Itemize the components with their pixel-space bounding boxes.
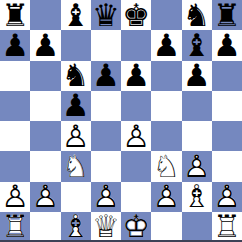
square-e8[interactable]: ♚ bbox=[121, 0, 151, 30]
square-h8[interactable]: ♜ bbox=[212, 0, 242, 30]
square-h7[interactable]: ♟ bbox=[212, 30, 242, 60]
piece-white-bishop-fill: ♝ bbox=[61, 212, 91, 242]
square-d4[interactable] bbox=[91, 121, 121, 151]
square-h4[interactable] bbox=[212, 121, 242, 151]
piece-black-rook[interactable]: ♜ bbox=[0, 0, 30, 30]
piece-white-pawn[interactable]: ♙ bbox=[212, 182, 242, 212]
square-f4[interactable] bbox=[151, 121, 181, 151]
square-h1[interactable]: ♜♖ bbox=[212, 212, 242, 242]
square-g6[interactable]: ♟ bbox=[182, 61, 212, 91]
piece-white-pawn[interactable]: ♙ bbox=[0, 182, 30, 212]
square-c6[interactable]: ♞ bbox=[61, 61, 91, 91]
piece-black-pawn[interactable]: ♟ bbox=[212, 30, 242, 60]
piece-white-pawn-fill: ♟ bbox=[30, 182, 60, 212]
square-h6[interactable] bbox=[212, 61, 242, 91]
square-d3[interactable] bbox=[91, 151, 121, 181]
square-g2[interactable]: ♝♗ bbox=[182, 182, 212, 212]
square-f8[interactable] bbox=[151, 0, 181, 30]
piece-white-pawn-fill: ♟ bbox=[151, 182, 181, 212]
square-d5[interactable] bbox=[91, 91, 121, 121]
piece-black-pawn[interactable]: ♟ bbox=[61, 91, 91, 121]
piece-white-queen-fill: ♛ bbox=[91, 212, 121, 242]
square-f7[interactable]: ♟ bbox=[151, 30, 181, 60]
square-a4[interactable] bbox=[0, 121, 30, 151]
square-b2[interactable]: ♟♙ bbox=[30, 182, 60, 212]
piece-white-pawn-fill: ♟ bbox=[121, 121, 151, 151]
chess-board-wrapper: ♜♝♛♚♞♜♟♟♟♝♟♞♟♟♟♟♟♙♟♙♞♘♞♘♟♙♟♙♟♙♟♙♟♙♝♗♟♙♜♖… bbox=[0, 0, 242, 242]
square-c5[interactable]: ♟ bbox=[61, 91, 91, 121]
piece-white-pawn-fill: ♟ bbox=[91, 182, 121, 212]
square-a8[interactable]: ♜ bbox=[0, 0, 30, 30]
square-b6[interactable] bbox=[30, 61, 60, 91]
square-d6[interactable]: ♟ bbox=[91, 61, 121, 91]
piece-white-pawn[interactable]: ♙ bbox=[30, 182, 60, 212]
piece-white-king-fill: ♚ bbox=[121, 212, 151, 242]
square-c8[interactable]: ♝ bbox=[61, 0, 91, 30]
piece-white-bishop[interactable]: ♗ bbox=[61, 212, 91, 242]
piece-black-pawn[interactable]: ♟ bbox=[151, 30, 181, 60]
piece-white-pawn[interactable]: ♙ bbox=[121, 121, 151, 151]
square-h5[interactable] bbox=[212, 91, 242, 121]
piece-white-rook[interactable]: ♖ bbox=[212, 212, 242, 242]
piece-white-rook-fill: ♜ bbox=[212, 212, 242, 242]
square-a1[interactable]: ♜♖ bbox=[0, 212, 30, 242]
square-d8[interactable]: ♛ bbox=[91, 0, 121, 30]
piece-white-bishop-fill: ♝ bbox=[182, 182, 212, 212]
square-e6[interactable]: ♟ bbox=[121, 61, 151, 91]
piece-white-knight-fill: ♞ bbox=[61, 151, 91, 181]
piece-black-knight[interactable]: ♞ bbox=[61, 61, 91, 91]
square-a6[interactable] bbox=[0, 61, 30, 91]
square-f5[interactable] bbox=[151, 91, 181, 121]
square-h2[interactable]: ♟♙ bbox=[212, 182, 242, 212]
square-f3[interactable]: ♞♘ bbox=[151, 151, 181, 181]
piece-black-pawn[interactable]: ♟ bbox=[91, 61, 121, 91]
piece-black-pawn[interactable]: ♟ bbox=[30, 30, 60, 60]
square-a3[interactable] bbox=[0, 151, 30, 181]
piece-white-queen[interactable]: ♕ bbox=[91, 212, 121, 242]
piece-black-queen[interactable]: ♛ bbox=[91, 0, 121, 30]
square-e7[interactable] bbox=[121, 30, 151, 60]
square-a2[interactable]: ♟♙ bbox=[0, 182, 30, 212]
piece-white-pawn-fill: ♟ bbox=[212, 182, 242, 212]
piece-black-rook[interactable]: ♜ bbox=[212, 0, 242, 30]
square-e5[interactable] bbox=[121, 91, 151, 121]
square-g4[interactable] bbox=[182, 121, 212, 151]
square-g5[interactable] bbox=[182, 91, 212, 121]
piece-white-pawn-fill: ♟ bbox=[61, 121, 91, 151]
square-b8[interactable] bbox=[30, 0, 60, 30]
piece-white-rook-fill: ♜ bbox=[0, 212, 30, 242]
square-f6[interactable] bbox=[151, 61, 181, 91]
square-g8[interactable]: ♞ bbox=[182, 0, 212, 30]
piece-white-knight[interactable]: ♘ bbox=[151, 151, 181, 181]
square-b7[interactable]: ♟ bbox=[30, 30, 60, 60]
square-e4[interactable]: ♟♙ bbox=[121, 121, 151, 151]
piece-white-knight-fill: ♞ bbox=[151, 151, 181, 181]
piece-white-king[interactable]: ♔ bbox=[121, 212, 151, 242]
piece-white-pawn[interactable]: ♙ bbox=[91, 182, 121, 212]
piece-white-knight[interactable]: ♘ bbox=[61, 151, 91, 181]
piece-black-pawn[interactable]: ♟ bbox=[121, 61, 151, 91]
square-c4[interactable]: ♟♙ bbox=[61, 121, 91, 151]
piece-white-pawn[interactable]: ♙ bbox=[61, 121, 91, 151]
piece-black-bishop[interactable]: ♝ bbox=[61, 0, 91, 30]
square-d1[interactable]: ♛♕ bbox=[91, 212, 121, 242]
piece-black-pawn[interactable]: ♟ bbox=[0, 30, 30, 60]
piece-white-pawn[interactable]: ♙ bbox=[182, 151, 212, 181]
piece-black-knight[interactable]: ♞ bbox=[182, 0, 212, 30]
square-e1[interactable]: ♚♔ bbox=[121, 212, 151, 242]
piece-black-king[interactable]: ♚ bbox=[121, 0, 151, 30]
piece-white-pawn[interactable]: ♙ bbox=[151, 182, 181, 212]
square-c7[interactable] bbox=[61, 30, 91, 60]
chess-board: ♜♝♛♚♞♜♟♟♟♝♟♞♟♟♟♟♟♙♟♙♞♘♞♘♟♙♟♙♟♙♟♙♟♙♝♗♟♙♜♖… bbox=[0, 0, 242, 242]
piece-white-pawn-fill: ♟ bbox=[182, 151, 212, 181]
square-a5[interactable] bbox=[0, 91, 30, 121]
piece-black-pawn[interactable]: ♟ bbox=[182, 61, 212, 91]
square-d2[interactable]: ♟♙ bbox=[91, 182, 121, 212]
square-f2[interactable]: ♟♙ bbox=[151, 182, 181, 212]
square-b3[interactable] bbox=[30, 151, 60, 181]
square-c1[interactable]: ♝♗ bbox=[61, 212, 91, 242]
square-c2[interactable] bbox=[61, 182, 91, 212]
square-f1[interactable] bbox=[151, 212, 181, 242]
piece-black-bishop[interactable]: ♝ bbox=[182, 30, 212, 60]
square-g1[interactable] bbox=[182, 212, 212, 242]
square-b4[interactable] bbox=[30, 121, 60, 151]
piece-white-bishop[interactable]: ♗ bbox=[182, 182, 212, 212]
square-e2[interactable] bbox=[121, 182, 151, 212]
square-g3[interactable]: ♟♙ bbox=[182, 151, 212, 181]
square-b5[interactable] bbox=[30, 91, 60, 121]
square-c3[interactable]: ♞♘ bbox=[61, 151, 91, 181]
piece-white-pawn-fill: ♟ bbox=[0, 182, 30, 212]
square-a7[interactable]: ♟ bbox=[0, 30, 30, 60]
square-b1[interactable] bbox=[30, 212, 60, 242]
square-d7[interactable] bbox=[91, 30, 121, 60]
square-e3[interactable] bbox=[121, 151, 151, 181]
square-h3[interactable] bbox=[212, 151, 242, 181]
square-g7[interactable]: ♝ bbox=[182, 30, 212, 60]
piece-white-rook[interactable]: ♖ bbox=[0, 212, 30, 242]
